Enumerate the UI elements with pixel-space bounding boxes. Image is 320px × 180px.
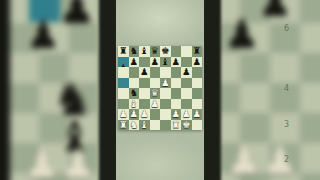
white-pawn-icon: ♟ <box>181 109 192 120</box>
blurred-black-pawn-icon: ♟ <box>58 0 96 30</box>
square-d6[interactable] <box>150 67 161 78</box>
black-knight-icon: ♞ <box>129 88 140 99</box>
square-c5[interactable] <box>139 78 150 89</box>
white-rook-icon: ♜ <box>118 120 129 131</box>
rank-digit: 3 <box>284 120 289 129</box>
blurred-background-right: ♟ ♟ ♟ ♟ 6 4 3 2 <box>220 0 320 180</box>
white-bishop-icon: ♝ <box>139 120 150 131</box>
square-g7[interactable] <box>181 57 192 68</box>
square-c1[interactable]: ♝ <box>139 120 150 131</box>
square-b1[interactable]: ♞ <box>129 120 140 131</box>
blurred-black-pawn-icon: ♟ <box>224 14 260 54</box>
square-g5[interactable] <box>181 78 192 89</box>
square-b7[interactable]: ♟ <box>129 57 140 68</box>
square-g3[interactable] <box>181 99 192 110</box>
square-g4[interactable] <box>181 88 192 99</box>
square-c6[interactable]: ♟ <box>139 67 150 78</box>
square-d3[interactable]: ♟ <box>150 99 161 110</box>
white-queen-icon: ♛ <box>150 88 161 99</box>
square-h3[interactable] <box>192 99 203 110</box>
white-knight-icon: ♞ <box>129 120 140 131</box>
square-f6[interactable] <box>171 67 182 78</box>
square-b2[interactable]: ♟ <box>129 109 140 120</box>
black-pawn-icon: ♟ <box>192 57 203 68</box>
rank-digit: 2 <box>284 155 289 164</box>
white-pawn-icon: ♟ <box>192 109 203 120</box>
square-a8[interactable]: ♜ <box>118 46 129 57</box>
white-king-icon: ♚ <box>181 120 192 131</box>
square-h6[interactable] <box>192 67 203 78</box>
square-e7[interactable]: ♝ <box>160 57 171 68</box>
square-f8[interactable] <box>171 46 182 57</box>
square-h2[interactable]: ♟ <box>192 109 203 120</box>
square-b6[interactable] <box>129 67 140 78</box>
black-bishop-icon: ♝ <box>160 57 171 68</box>
square-c7[interactable] <box>139 57 150 68</box>
black-rook-icon: ♜ <box>192 46 203 57</box>
square-c8[interactable]: ♝ <box>139 46 150 57</box>
square-h7[interactable]: ♟ <box>192 57 203 68</box>
black-pawn-icon: ♟ <box>181 67 192 78</box>
square-h1[interactable] <box>192 120 203 131</box>
square-c4[interactable] <box>139 88 150 99</box>
black-pawn-icon: ♟ <box>139 67 150 78</box>
square-a4[interactable] <box>118 88 129 99</box>
blurred-black-pawn-icon: ♟ <box>258 0 292 22</box>
square-h5[interactable] <box>192 78 203 89</box>
square-a6[interactable] <box>118 67 129 78</box>
white-bishop-icon: ♝ <box>129 99 140 110</box>
square-a7[interactable]: ♟ <box>118 57 129 68</box>
square-a5[interactable] <box>118 78 129 89</box>
blurred-background-left: ♟ ♟ ♞ ♝ ♟ ♟ <box>0 0 100 180</box>
square-e4[interactable] <box>160 88 171 99</box>
blurred-black-pawn-icon: ♟ <box>26 16 60 54</box>
square-a3[interactable] <box>118 99 129 110</box>
square-b3[interactable]: ♝ <box>129 99 140 110</box>
square-f2[interactable]: ♟ <box>171 109 182 120</box>
white-pawn-icon: ♟ <box>150 99 161 110</box>
video-frame: ♟ ♟ ♞ ♝ ♟ ♟ ♟ ♟ ♟ ♟ 6 4 3 2 ♜♞♝♛♚♜♟♟♟♝♟♟… <box>0 0 320 180</box>
square-f1[interactable]: ♜ <box>171 120 182 131</box>
black-rook-icon: ♜ <box>118 46 129 57</box>
white-pawn-icon: ♟ <box>129 109 140 120</box>
black-bishop-icon: ♝ <box>139 46 150 57</box>
blurred-white-pawn-icon: ♟ <box>226 140 262 180</box>
square-h4[interactable] <box>192 88 203 99</box>
square-f7[interactable]: ♟ <box>171 57 182 68</box>
square-d7[interactable]: ♟ <box>150 57 161 68</box>
black-pawn-icon: ♟ <box>129 57 140 68</box>
square-d4[interactable]: ♛ <box>150 88 161 99</box>
blurred-white-pawn-icon: ♟ <box>24 144 60 180</box>
square-d1[interactable] <box>150 120 161 131</box>
square-g1[interactable]: ♚ <box>181 120 192 131</box>
square-b5[interactable] <box>129 78 140 89</box>
white-pawn-icon: ♟ <box>118 109 129 120</box>
square-e3[interactable] <box>160 99 171 110</box>
square-f5[interactable] <box>171 78 182 89</box>
white-rook-icon: ♜ <box>171 120 182 131</box>
square-g8[interactable] <box>181 46 192 57</box>
black-knight-icon: ♞ <box>129 46 140 57</box>
square-e8[interactable]: ♚ <box>160 46 171 57</box>
square-d2[interactable] <box>150 109 161 120</box>
square-d8[interactable]: ♛ <box>150 46 161 57</box>
white-pawn-icon: ♟ <box>171 109 182 120</box>
square-e1[interactable] <box>160 120 171 131</box>
square-d5[interactable] <box>150 78 161 89</box>
square-b8[interactable]: ♞ <box>129 46 140 57</box>
square-c2[interactable]: ♟ <box>139 109 150 120</box>
black-king-icon: ♚ <box>160 46 171 57</box>
square-b4[interactable]: ♞ <box>129 88 140 99</box>
right-dark-bar <box>202 0 221 180</box>
rank-digit: 4 <box>284 84 289 93</box>
square-f3[interactable] <box>171 99 182 110</box>
blurred-white-pawn-icon: ♟ <box>262 140 298 180</box>
black-pawn-icon: ♟ <box>171 57 182 68</box>
square-a2[interactable]: ♟ <box>118 109 129 120</box>
square-h8[interactable]: ♜ <box>192 46 203 57</box>
left-dark-edge <box>0 0 10 180</box>
square-g2[interactable]: ♟ <box>181 109 192 120</box>
square-e6[interactable] <box>160 67 171 78</box>
black-queen-icon: ♛ <box>150 46 161 57</box>
square-c3[interactable] <box>139 99 150 110</box>
square-e2[interactable] <box>160 109 171 120</box>
chess-board[interactable]: ♜♞♝♛♚♜♟♟♟♝♟♟♟♟♟♞♛♝♟♟♟♟♟♟♟♜♞♝♜♚ <box>118 46 202 130</box>
square-g6[interactable]: ♟ <box>181 67 192 78</box>
square-a1[interactable]: ♜ <box>118 120 129 131</box>
rank-digit: 6 <box>284 24 289 33</box>
square-e5[interactable]: ♟ <box>160 78 171 89</box>
square-f4[interactable] <box>171 88 182 99</box>
black-pawn-icon: ♟ <box>150 57 161 68</box>
blurred-white-pawn-icon: ♟ <box>60 144 96 180</box>
white-pawn-icon: ♟ <box>160 78 171 89</box>
white-pawn-icon: ♟ <box>139 109 150 120</box>
